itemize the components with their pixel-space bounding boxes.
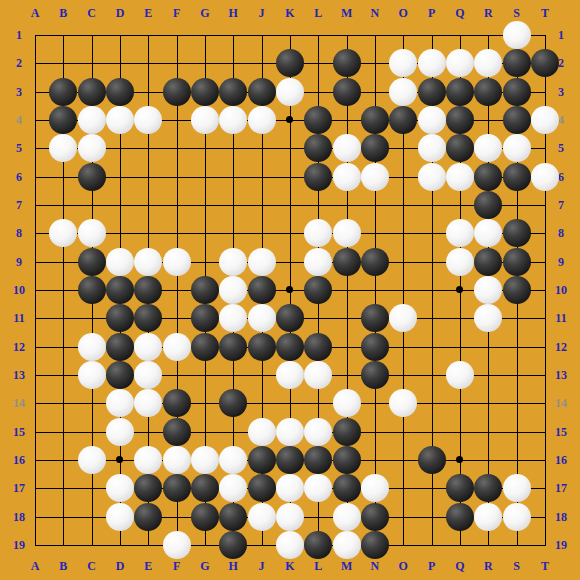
intersection-M12[interactable] (332, 332, 360, 360)
intersection-K19[interactable] (276, 531, 304, 559)
intersection-Q7[interactable] (446, 191, 474, 219)
intersection-Q19[interactable] (446, 531, 474, 559)
intersection-E5[interactable] (134, 134, 162, 162)
intersection-P6[interactable] (417, 162, 445, 190)
intersection-T18[interactable] (531, 502, 559, 530)
intersection-K15[interactable] (276, 417, 304, 445)
intersection-K12[interactable] (276, 332, 304, 360)
intersection-O19[interactable] (389, 531, 417, 559)
intersection-L13[interactable] (304, 361, 332, 389)
intersection-L3[interactable] (304, 77, 332, 105)
intersection-O16[interactable] (389, 446, 417, 474)
intersection-G17[interactable] (191, 474, 219, 502)
intersection-M10[interactable] (332, 276, 360, 304)
intersection-E9[interactable] (134, 247, 162, 275)
intersection-Q8[interactable] (446, 219, 474, 247)
intersection-R5[interactable] (474, 134, 502, 162)
intersection-C7[interactable] (77, 191, 105, 219)
intersection-E8[interactable] (134, 219, 162, 247)
intersection-G19[interactable] (191, 531, 219, 559)
intersection-M17[interactable] (332, 474, 360, 502)
intersection-J16[interactable] (247, 446, 275, 474)
intersection-P17[interactable] (417, 474, 445, 502)
intersection-F14[interactable] (162, 389, 190, 417)
intersection-N17[interactable] (361, 474, 389, 502)
intersection-K14[interactable] (276, 389, 304, 417)
intersection-T7[interactable] (531, 191, 559, 219)
intersection-N1[interactable] (361, 21, 389, 49)
intersection-R6[interactable] (474, 162, 502, 190)
intersection-T15[interactable] (531, 417, 559, 445)
intersection-S1[interactable] (502, 21, 530, 49)
intersection-E3[interactable] (134, 77, 162, 105)
intersection-A13[interactable] (21, 361, 49, 389)
intersection-R1[interactable] (474, 21, 502, 49)
intersection-L18[interactable] (304, 502, 332, 530)
intersection-C19[interactable] (77, 531, 105, 559)
intersection-F11[interactable] (162, 304, 190, 332)
intersection-J18[interactable] (247, 502, 275, 530)
intersection-J7[interactable] (247, 191, 275, 219)
intersection-D18[interactable] (106, 502, 134, 530)
intersection-H2[interactable] (219, 49, 247, 77)
intersection-T2[interactable] (531, 49, 559, 77)
intersection-N6[interactable] (361, 162, 389, 190)
intersection-N4[interactable] (361, 106, 389, 134)
intersection-D12[interactable] (106, 332, 134, 360)
intersection-C9[interactable] (77, 247, 105, 275)
intersection-O1[interactable] (389, 21, 417, 49)
intersection-D15[interactable] (106, 417, 134, 445)
intersection-S15[interactable] (502, 417, 530, 445)
intersection-B3[interactable] (49, 77, 77, 105)
intersection-N5[interactable] (361, 134, 389, 162)
intersection-C8[interactable] (77, 219, 105, 247)
intersection-S11[interactable] (502, 304, 530, 332)
intersection-J9[interactable] (247, 247, 275, 275)
intersection-R11[interactable] (474, 304, 502, 332)
intersection-K11[interactable] (276, 304, 304, 332)
intersection-O2[interactable] (389, 49, 417, 77)
intersection-K10[interactable] (276, 276, 304, 304)
intersection-K7[interactable] (276, 191, 304, 219)
intersection-P11[interactable] (417, 304, 445, 332)
intersection-T17[interactable] (531, 474, 559, 502)
intersection-F8[interactable] (162, 219, 190, 247)
intersection-F7[interactable] (162, 191, 190, 219)
intersection-R19[interactable] (474, 531, 502, 559)
intersection-F2[interactable] (162, 49, 190, 77)
intersection-R10[interactable] (474, 276, 502, 304)
intersection-G18[interactable] (191, 502, 219, 530)
intersection-S2[interactable] (502, 49, 530, 77)
intersection-F1[interactable] (162, 21, 190, 49)
intersection-J12[interactable] (247, 332, 275, 360)
intersection-R18[interactable] (474, 502, 502, 530)
intersection-R17[interactable] (474, 474, 502, 502)
intersection-J3[interactable] (247, 77, 275, 105)
intersection-J11[interactable] (247, 304, 275, 332)
intersection-F12[interactable] (162, 332, 190, 360)
intersection-P2[interactable] (417, 49, 445, 77)
intersection-G13[interactable] (191, 361, 219, 389)
intersection-F16[interactable] (162, 446, 190, 474)
intersection-D10[interactable] (106, 276, 134, 304)
intersection-Q4[interactable] (446, 106, 474, 134)
intersection-K5[interactable] (276, 134, 304, 162)
intersection-C1[interactable] (77, 21, 105, 49)
intersection-F3[interactable] (162, 77, 190, 105)
intersection-L12[interactable] (304, 332, 332, 360)
intersection-G5[interactable] (191, 134, 219, 162)
intersection-L19[interactable] (304, 531, 332, 559)
intersection-L8[interactable] (304, 219, 332, 247)
intersection-L14[interactable] (304, 389, 332, 417)
intersection-B12[interactable] (49, 332, 77, 360)
intersection-H9[interactable] (219, 247, 247, 275)
intersection-G10[interactable] (191, 276, 219, 304)
intersection-B18[interactable] (49, 502, 77, 530)
intersection-R9[interactable] (474, 247, 502, 275)
intersection-P13[interactable] (417, 361, 445, 389)
intersection-A2[interactable] (21, 49, 49, 77)
intersection-P9[interactable] (417, 247, 445, 275)
intersection-B4[interactable] (49, 106, 77, 134)
intersection-S8[interactable] (502, 219, 530, 247)
intersection-C6[interactable] (77, 162, 105, 190)
intersection-J10[interactable] (247, 276, 275, 304)
intersection-J2[interactable] (247, 49, 275, 77)
intersection-E18[interactable] (134, 502, 162, 530)
intersection-L7[interactable] (304, 191, 332, 219)
intersection-C4[interactable] (77, 106, 105, 134)
intersection-A6[interactable] (21, 162, 49, 190)
intersection-R8[interactable] (474, 219, 502, 247)
intersection-P19[interactable] (417, 531, 445, 559)
intersection-F5[interactable] (162, 134, 190, 162)
intersection-N14[interactable] (361, 389, 389, 417)
intersection-D7[interactable] (106, 191, 134, 219)
intersection-Q12[interactable] (446, 332, 474, 360)
intersection-K13[interactable] (276, 361, 304, 389)
intersection-E1[interactable] (134, 21, 162, 49)
intersection-H17[interactable] (219, 474, 247, 502)
intersection-Q11[interactable] (446, 304, 474, 332)
intersection-M5[interactable] (332, 134, 360, 162)
intersection-C15[interactable] (77, 417, 105, 445)
intersection-N10[interactable] (361, 276, 389, 304)
intersection-L1[interactable] (304, 21, 332, 49)
intersection-M8[interactable] (332, 219, 360, 247)
intersection-M18[interactable] (332, 502, 360, 530)
intersection-A18[interactable] (21, 502, 49, 530)
intersection-F19[interactable] (162, 531, 190, 559)
intersection-H19[interactable] (219, 531, 247, 559)
intersection-P3[interactable] (417, 77, 445, 105)
intersection-T12[interactable] (531, 332, 559, 360)
intersection-P4[interactable] (417, 106, 445, 134)
intersection-A17[interactable] (21, 474, 49, 502)
intersection-B17[interactable] (49, 474, 77, 502)
intersection-G9[interactable] (191, 247, 219, 275)
intersection-H8[interactable] (219, 219, 247, 247)
intersection-C18[interactable] (77, 502, 105, 530)
intersection-B9[interactable] (49, 247, 77, 275)
intersection-A19[interactable] (21, 531, 49, 559)
intersection-K2[interactable] (276, 49, 304, 77)
intersection-D6[interactable] (106, 162, 134, 190)
intersection-H16[interactable] (219, 446, 247, 474)
intersection-O8[interactable] (389, 219, 417, 247)
intersection-E14[interactable] (134, 389, 162, 417)
intersection-O7[interactable] (389, 191, 417, 219)
intersection-H7[interactable] (219, 191, 247, 219)
intersection-S3[interactable] (502, 77, 530, 105)
intersection-O11[interactable] (389, 304, 417, 332)
intersection-L9[interactable] (304, 247, 332, 275)
intersection-T5[interactable] (531, 134, 559, 162)
intersection-O5[interactable] (389, 134, 417, 162)
intersection-N3[interactable] (361, 77, 389, 105)
intersection-J4[interactable] (247, 106, 275, 134)
intersection-F13[interactable] (162, 361, 190, 389)
intersection-T9[interactable] (531, 247, 559, 275)
intersection-Q6[interactable] (446, 162, 474, 190)
intersection-Q9[interactable] (446, 247, 474, 275)
intersection-C11[interactable] (77, 304, 105, 332)
intersection-T6[interactable] (531, 162, 559, 190)
intersection-F18[interactable] (162, 502, 190, 530)
intersection-G2[interactable] (191, 49, 219, 77)
intersection-R12[interactable] (474, 332, 502, 360)
intersection-F4[interactable] (162, 106, 190, 134)
intersection-L6[interactable] (304, 162, 332, 190)
intersection-N7[interactable] (361, 191, 389, 219)
intersection-O17[interactable] (389, 474, 417, 502)
intersection-F6[interactable] (162, 162, 190, 190)
intersection-M11[interactable] (332, 304, 360, 332)
intersection-M14[interactable] (332, 389, 360, 417)
intersection-C5[interactable] (77, 134, 105, 162)
intersection-R2[interactable] (474, 49, 502, 77)
intersection-E17[interactable] (134, 474, 162, 502)
intersection-K8[interactable] (276, 219, 304, 247)
intersection-M6[interactable] (332, 162, 360, 190)
intersection-D1[interactable] (106, 21, 134, 49)
intersection-Q1[interactable] (446, 21, 474, 49)
intersection-P15[interactable] (417, 417, 445, 445)
intersection-Q17[interactable] (446, 474, 474, 502)
intersection-G7[interactable] (191, 191, 219, 219)
intersection-B19[interactable] (49, 531, 77, 559)
intersection-S4[interactable] (502, 106, 530, 134)
intersection-E11[interactable] (134, 304, 162, 332)
intersection-O15[interactable] (389, 417, 417, 445)
intersection-C17[interactable] (77, 474, 105, 502)
intersection-S10[interactable] (502, 276, 530, 304)
intersection-B16[interactable] (49, 446, 77, 474)
intersection-H18[interactable] (219, 502, 247, 530)
intersection-Q13[interactable] (446, 361, 474, 389)
intersection-S13[interactable] (502, 361, 530, 389)
intersection-T14[interactable] (531, 389, 559, 417)
intersection-G11[interactable] (191, 304, 219, 332)
intersection-O13[interactable] (389, 361, 417, 389)
intersection-E10[interactable] (134, 276, 162, 304)
intersection-G6[interactable] (191, 162, 219, 190)
intersection-K9[interactable] (276, 247, 304, 275)
intersection-E16[interactable] (134, 446, 162, 474)
intersection-A3[interactable] (21, 77, 49, 105)
intersection-M16[interactable] (332, 446, 360, 474)
intersection-Q18[interactable] (446, 502, 474, 530)
intersection-C13[interactable] (77, 361, 105, 389)
intersection-C14[interactable] (77, 389, 105, 417)
intersection-H1[interactable] (219, 21, 247, 49)
intersection-S7[interactable] (502, 191, 530, 219)
intersection-B2[interactable] (49, 49, 77, 77)
intersection-Q15[interactable] (446, 417, 474, 445)
intersection-T11[interactable] (531, 304, 559, 332)
intersection-F10[interactable] (162, 276, 190, 304)
intersection-M1[interactable] (332, 21, 360, 49)
intersection-A5[interactable] (21, 134, 49, 162)
intersection-G12[interactable] (191, 332, 219, 360)
intersection-D17[interactable] (106, 474, 134, 502)
intersection-Q2[interactable] (446, 49, 474, 77)
intersection-L15[interactable] (304, 417, 332, 445)
intersection-O6[interactable] (389, 162, 417, 190)
intersection-A10[interactable] (21, 276, 49, 304)
intersection-S19[interactable] (502, 531, 530, 559)
intersection-N8[interactable] (361, 219, 389, 247)
intersection-P8[interactable] (417, 219, 445, 247)
intersection-D5[interactable] (106, 134, 134, 162)
intersection-L10[interactable] (304, 276, 332, 304)
intersection-B15[interactable] (49, 417, 77, 445)
intersection-C16[interactable] (77, 446, 105, 474)
intersection-H10[interactable] (219, 276, 247, 304)
intersection-S17[interactable] (502, 474, 530, 502)
intersection-A11[interactable] (21, 304, 49, 332)
intersection-P16[interactable] (417, 446, 445, 474)
intersection-L4[interactable] (304, 106, 332, 134)
intersection-H15[interactable] (219, 417, 247, 445)
intersection-B6[interactable] (49, 162, 77, 190)
intersection-C10[interactable] (77, 276, 105, 304)
intersection-J6[interactable] (247, 162, 275, 190)
intersection-D4[interactable] (106, 106, 134, 134)
intersection-O3[interactable] (389, 77, 417, 105)
intersection-R16[interactable] (474, 446, 502, 474)
intersection-D2[interactable] (106, 49, 134, 77)
intersection-M9[interactable] (332, 247, 360, 275)
intersection-K6[interactable] (276, 162, 304, 190)
intersection-M15[interactable] (332, 417, 360, 445)
intersection-J15[interactable] (247, 417, 275, 445)
intersection-T19[interactable] (531, 531, 559, 559)
intersection-L5[interactable] (304, 134, 332, 162)
intersection-T10[interactable] (531, 276, 559, 304)
intersection-J13[interactable] (247, 361, 275, 389)
intersection-B8[interactable] (49, 219, 77, 247)
intersection-Q16[interactable] (446, 446, 474, 474)
intersection-L2[interactable] (304, 49, 332, 77)
intersection-B11[interactable] (49, 304, 77, 332)
intersection-C12[interactable] (77, 332, 105, 360)
intersection-O4[interactable] (389, 106, 417, 134)
intersection-B1[interactable] (49, 21, 77, 49)
intersection-F15[interactable] (162, 417, 190, 445)
intersection-P14[interactable] (417, 389, 445, 417)
intersection-H12[interactable] (219, 332, 247, 360)
intersection-M13[interactable] (332, 361, 360, 389)
intersection-E2[interactable] (134, 49, 162, 77)
intersection-S16[interactable] (502, 446, 530, 474)
intersection-J14[interactable] (247, 389, 275, 417)
intersection-E4[interactable] (134, 106, 162, 134)
intersection-T3[interactable] (531, 77, 559, 105)
intersection-S12[interactable] (502, 332, 530, 360)
intersection-T16[interactable] (531, 446, 559, 474)
intersection-K17[interactable] (276, 474, 304, 502)
intersection-P10[interactable] (417, 276, 445, 304)
intersection-T8[interactable] (531, 219, 559, 247)
intersection-J1[interactable] (247, 21, 275, 49)
intersection-Q5[interactable] (446, 134, 474, 162)
intersection-B5[interactable] (49, 134, 77, 162)
intersection-E13[interactable] (134, 361, 162, 389)
intersection-D11[interactable] (106, 304, 134, 332)
intersection-G1[interactable] (191, 21, 219, 49)
intersection-A15[interactable] (21, 417, 49, 445)
intersection-N19[interactable] (361, 531, 389, 559)
intersection-N12[interactable] (361, 332, 389, 360)
intersection-B13[interactable] (49, 361, 77, 389)
intersection-S5[interactable] (502, 134, 530, 162)
intersection-T1[interactable] (531, 21, 559, 49)
intersection-D13[interactable] (106, 361, 134, 389)
intersection-H14[interactable] (219, 389, 247, 417)
intersection-N11[interactable] (361, 304, 389, 332)
intersection-J5[interactable] (247, 134, 275, 162)
intersection-M3[interactable] (332, 77, 360, 105)
intersection-J19[interactable] (247, 531, 275, 559)
intersection-H6[interactable] (219, 162, 247, 190)
intersection-N18[interactable] (361, 502, 389, 530)
intersection-O14[interactable] (389, 389, 417, 417)
intersection-T4[interactable] (531, 106, 559, 134)
intersection-A4[interactable] (21, 106, 49, 134)
intersection-D3[interactable] (106, 77, 134, 105)
intersection-M7[interactable] (332, 191, 360, 219)
intersection-H3[interactable] (219, 77, 247, 105)
intersection-A9[interactable] (21, 247, 49, 275)
intersection-D19[interactable] (106, 531, 134, 559)
intersection-P1[interactable] (417, 21, 445, 49)
intersection-G3[interactable] (191, 77, 219, 105)
intersection-C3[interactable] (77, 77, 105, 105)
intersection-G16[interactable] (191, 446, 219, 474)
intersection-O10[interactable] (389, 276, 417, 304)
intersection-R3[interactable] (474, 77, 502, 105)
intersection-N15[interactable] (361, 417, 389, 445)
intersection-N16[interactable] (361, 446, 389, 474)
intersection-K1[interactable] (276, 21, 304, 49)
intersection-K16[interactable] (276, 446, 304, 474)
intersection-G14[interactable] (191, 389, 219, 417)
intersection-L11[interactable] (304, 304, 332, 332)
